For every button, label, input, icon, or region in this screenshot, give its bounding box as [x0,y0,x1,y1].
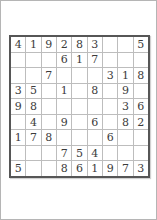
sudoku-cell[interactable] [72,99,86,114]
sudoku-cell[interactable] [103,84,117,99]
sudoku-cell[interactable]: 7 [26,130,40,145]
sudoku-cell[interactable]: 1 [88,161,102,176]
sudoku-cell[interactable]: 8 [88,84,102,99]
sudoku-cell[interactable]: 9 [103,161,117,176]
sudoku-board: 4192835617731835189983649682178675458619… [9,35,150,178]
sudoku-cell[interactable]: 3 [88,37,102,52]
sudoku-cell[interactable] [103,115,117,130]
sudoku-cell[interactable] [118,53,132,68]
sudoku-cell[interactable]: 9 [57,115,71,130]
sudoku-cell[interactable]: 6 [72,161,86,176]
sudoku-cell[interactable]: 9 [11,99,25,114]
sudoku-cell[interactable]: 1 [118,68,132,83]
sudoku-cell[interactable] [88,99,102,114]
sudoku-cell[interactable]: 8 [118,115,132,130]
sudoku-cell[interactable]: 8 [72,37,86,52]
sudoku-cell[interactable]: 5 [11,161,25,176]
sudoku-page: 4192835617731835189983649682178675458619… [0,0,157,220]
sudoku-cell[interactable] [72,84,86,99]
sudoku-cell[interactable] [11,115,25,130]
sudoku-cell[interactable]: 4 [88,146,102,161]
sudoku-cell[interactable] [42,115,56,130]
sudoku-cell[interactable]: 4 [26,115,40,130]
sudoku-cell[interactable]: 3 [103,68,117,83]
sudoku-cell[interactable]: 2 [134,115,148,130]
sudoku-cell[interactable]: 9 [118,84,132,99]
sudoku-cell[interactable] [11,53,25,68]
sudoku-cell[interactable]: 8 [26,99,40,114]
sudoku-cell[interactable]: 7 [118,161,132,176]
sudoku-cell[interactable]: 6 [103,130,117,145]
sudoku-cell[interactable] [134,53,148,68]
sudoku-cell[interactable] [26,53,40,68]
sudoku-cell[interactable] [103,99,117,114]
sudoku-cell[interactable]: 5 [134,37,148,52]
sudoku-cell[interactable] [57,99,71,114]
sudoku-cell[interactable]: 4 [11,37,25,52]
sudoku-cell[interactable] [42,53,56,68]
sudoku-cell[interactable]: 7 [42,68,56,83]
sudoku-cell[interactable] [26,68,40,83]
sudoku-cell[interactable] [134,130,148,145]
sudoku-cell[interactable] [72,130,86,145]
sudoku-cell[interactable] [88,68,102,83]
sudoku-cell[interactable]: 9 [42,37,56,52]
sudoku-cell[interactable] [134,84,148,99]
sudoku-cell[interactable]: 7 [88,53,102,68]
sudoku-cell[interactable] [26,146,40,161]
sudoku-cell[interactable]: 1 [57,84,71,99]
sudoku-cell[interactable]: 1 [72,53,86,68]
sudoku-cell[interactable]: 3 [134,161,148,176]
sudoku-cell[interactable]: 6 [57,53,71,68]
sudoku-cell[interactable] [11,68,25,83]
sudoku-cell[interactable]: 2 [57,37,71,52]
sudoku-cell[interactable] [103,146,117,161]
sudoku-cell[interactable] [42,146,56,161]
sudoku-cell[interactable]: 1 [26,37,40,52]
sudoku-cell[interactable] [118,146,132,161]
sudoku-cell[interactable]: 8 [42,130,56,145]
sudoku-cell[interactable] [134,146,148,161]
sudoku-cell[interactable] [88,130,102,145]
sudoku-cell[interactable]: 3 [118,99,132,114]
sudoku-cell[interactable]: 5 [72,146,86,161]
sudoku-cell[interactable] [118,130,132,145]
sudoku-cell[interactable] [57,130,71,145]
sudoku-cell[interactable]: 3 [11,84,25,99]
sudoku-cell[interactable] [42,161,56,176]
sudoku-cell[interactable]: 6 [88,115,102,130]
sudoku-cell[interactable] [42,99,56,114]
sudoku-cell[interactable]: 5 [26,84,40,99]
sudoku-cell[interactable]: 8 [134,68,148,83]
sudoku-cell[interactable] [103,37,117,52]
sudoku-cell[interactable]: 6 [134,99,148,114]
sudoku-cell[interactable] [26,161,40,176]
sudoku-cell[interactable]: 8 [57,161,71,176]
sudoku-cell[interactable] [72,115,86,130]
sudoku-cell[interactable] [42,84,56,99]
sudoku-cell[interactable] [57,68,71,83]
sudoku-cell[interactable] [11,146,25,161]
sudoku-cell[interactable] [118,37,132,52]
sudoku-cell[interactable]: 1 [11,130,25,145]
sudoku-cell[interactable] [72,68,86,83]
sudoku-cell[interactable]: 7 [57,146,71,161]
sudoku-cell[interactable] [103,53,117,68]
